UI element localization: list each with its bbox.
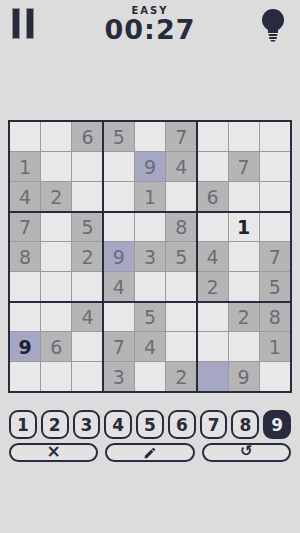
cell-r9c8[interactable]: 9 [229, 362, 259, 391]
cell-r9c9[interactable] [260, 362, 290, 391]
cell-r3c4[interactable] [104, 182, 134, 211]
number-pad: 123456789 [9, 410, 291, 439]
header-center: EASY 00:27 [0, 5, 300, 45]
pencil-icon [143, 446, 157, 460]
cell-r3c6[interactable] [166, 182, 196, 211]
cell-r3c7[interactable]: 6 [197, 182, 227, 211]
cell-r7c7[interactable] [197, 302, 227, 331]
cell-r8c1[interactable]: 9 [10, 332, 40, 361]
cell-r5c2[interactable] [41, 242, 71, 271]
cell-r5c1[interactable]: 8 [10, 242, 40, 271]
x-icon: × [47, 443, 61, 460]
cell-r6c9[interactable]: 5 [260, 272, 290, 301]
cell-r4c7[interactable] [197, 212, 227, 241]
cell-r6c5[interactable] [135, 272, 165, 301]
cell-r7c2[interactable] [41, 302, 71, 331]
cell-r8c2[interactable]: 6 [41, 332, 71, 361]
numpad-button-1[interactable]: 1 [9, 410, 37, 439]
undo-button[interactable]: ↺ [202, 443, 291, 462]
cell-r2c8[interactable]: 7 [229, 152, 259, 181]
cell-r9c1[interactable] [10, 362, 40, 391]
cell-r4c8[interactable]: 1 [229, 212, 259, 241]
cell-r1c8[interactable] [229, 122, 259, 151]
cell-r7c3[interactable]: 4 [72, 302, 102, 331]
cell-r5c5[interactable]: 3 [135, 242, 165, 271]
cell-r2c7[interactable] [197, 152, 227, 181]
cell-r4c4[interactable] [104, 212, 134, 241]
cell-r7c6[interactable] [166, 302, 196, 331]
cell-r8c8[interactable] [229, 332, 259, 361]
numpad-button-5[interactable]: 5 [136, 410, 164, 439]
cell-r8c7[interactable] [197, 332, 227, 361]
cell-r8c4[interactable]: 7 [104, 332, 134, 361]
cell-r6c7[interactable]: 2 [197, 272, 227, 301]
cell-r3c9[interactable] [260, 182, 290, 211]
cell-r2c5[interactable]: 9 [135, 152, 165, 181]
numpad-button-8[interactable]: 8 [231, 410, 259, 439]
cell-r4c6[interactable]: 8 [166, 212, 196, 241]
cell-r4c5[interactable] [135, 212, 165, 241]
cell-r5c7[interactable]: 4 [197, 242, 227, 271]
cell-r1c3[interactable]: 6 [72, 122, 102, 151]
numpad-button-3[interactable]: 3 [73, 410, 101, 439]
cell-r6c8[interactable] [229, 272, 259, 301]
cell-r3c2[interactable]: 2 [41, 182, 71, 211]
cell-r3c8[interactable] [229, 182, 259, 211]
cell-r9c2[interactable] [41, 362, 71, 391]
cell-r2c9[interactable] [260, 152, 290, 181]
cell-r8c6[interactable] [166, 332, 196, 361]
cell-r5c8[interactable] [229, 242, 259, 271]
cell-r1c4[interactable]: 5 [104, 122, 134, 151]
cell-r7c9[interactable]: 8 [260, 302, 290, 331]
lightbulb-icon [260, 8, 286, 42]
cell-r9c4[interactable]: 3 [104, 362, 134, 391]
cell-r7c4[interactable] [104, 302, 134, 331]
cell-r7c8[interactable]: 2 [229, 302, 259, 331]
cell-r2c4[interactable] [104, 152, 134, 181]
numpad-button-2[interactable]: 2 [41, 410, 69, 439]
cell-r5c6[interactable]: 5 [166, 242, 196, 271]
board-area: 6571947421675818293547425452896741329 [8, 120, 292, 393]
timer: 00:27 [0, 14, 300, 45]
cell-r7c1[interactable] [10, 302, 40, 331]
cell-r2c1[interactable]: 1 [10, 152, 40, 181]
cell-r6c1[interactable] [10, 272, 40, 301]
cell-r6c2[interactable] [41, 272, 71, 301]
cell-r1c1[interactable] [10, 122, 40, 151]
hint-button[interactable] [260, 8, 286, 42]
sudoku-app: EASY 00:27 65719474216758182935474254528… [0, 0, 300, 533]
cell-r2c2[interactable] [41, 152, 71, 181]
cell-r4c9[interactable] [260, 212, 290, 241]
cell-r8c9[interactable]: 1 [260, 332, 290, 361]
cell-r6c3[interactable] [72, 272, 102, 301]
cell-r3c5[interactable]: 1 [135, 182, 165, 211]
cell-r9c6[interactable]: 2 [166, 362, 196, 391]
cell-r5c4[interactable]: 9 [104, 242, 134, 271]
sudoku-grid: 6571947421675818293547425452896741329 [8, 120, 292, 393]
cell-r5c9[interactable]: 7 [260, 242, 290, 271]
numpad-button-4[interactable]: 4 [104, 410, 132, 439]
box-divider-vertical [102, 120, 104, 393]
box-divider-vertical [196, 120, 198, 393]
cell-r1c7[interactable] [197, 122, 227, 151]
erase-button[interactable]: × [9, 443, 98, 462]
cell-r2c3[interactable] [72, 152, 102, 181]
cell-r2c6[interactable]: 4 [166, 152, 196, 181]
cell-r1c5[interactable] [135, 122, 165, 151]
cell-r1c9[interactable] [260, 122, 290, 151]
cell-r9c7[interactable] [197, 362, 227, 391]
cell-r8c5[interactable]: 4 [135, 332, 165, 361]
cell-r3c3[interactable] [72, 182, 102, 211]
cell-r6c6[interactable] [166, 272, 196, 301]
notes-button[interactable] [105, 443, 194, 462]
cell-r5c3[interactable]: 2 [72, 242, 102, 271]
numpad-button-6[interactable]: 6 [168, 410, 196, 439]
cell-r6c4[interactable]: 4 [104, 272, 134, 301]
cell-r4c1[interactable]: 7 [10, 212, 40, 241]
cell-r4c3[interactable]: 5 [72, 212, 102, 241]
cell-r9c5[interactable] [135, 362, 165, 391]
cell-r1c2[interactable] [41, 122, 71, 151]
cell-r1c6[interactable]: 7 [166, 122, 196, 151]
box-divider-horizontal [8, 211, 292, 213]
numpad-button-7[interactable]: 7 [200, 410, 228, 439]
cell-r9c3[interactable] [72, 362, 102, 391]
undo-icon: ↺ [240, 444, 253, 459]
action-bar: × ↺ [9, 443, 291, 462]
box-divider-horizontal [8, 301, 292, 303]
cell-r3c1[interactable]: 4 [10, 182, 40, 211]
cell-r7c5[interactable]: 5 [135, 302, 165, 331]
cell-r4c2[interactable] [41, 212, 71, 241]
cell-r8c3[interactable] [72, 332, 102, 361]
numpad-button-9[interactable]: 9 [263, 410, 291, 439]
